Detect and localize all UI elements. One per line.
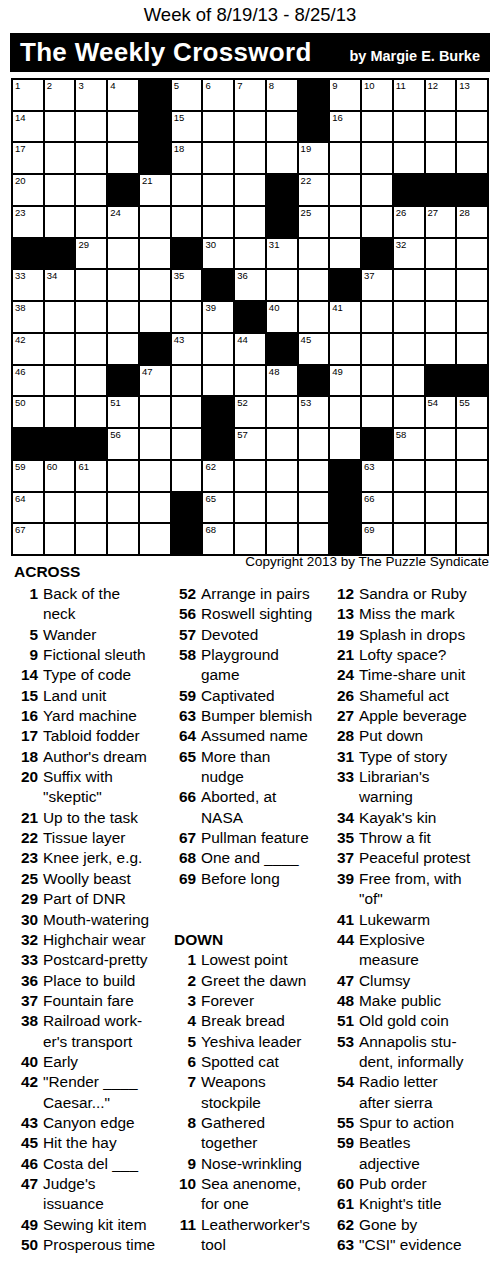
clue-number: 4 xyxy=(168,1011,201,1031)
clue-text: Lowest point xyxy=(201,950,323,970)
grid-cell[interactable] xyxy=(329,142,361,174)
grid-cell[interactable] xyxy=(234,460,266,492)
grid-cell[interactable]: 16 xyxy=(329,111,361,143)
grid-cell[interactable] xyxy=(425,523,457,555)
clue-text: Kayak's kin xyxy=(359,808,496,828)
grid-cell[interactable] xyxy=(425,238,457,270)
grid-cell[interactable] xyxy=(456,269,488,301)
grid-cell[interactable] xyxy=(266,142,298,174)
grid-cell[interactable] xyxy=(361,365,393,397)
cell-number: 44 xyxy=(237,334,248,345)
grid-cell[interactable]: 7 xyxy=(234,79,266,111)
grid-cell[interactable] xyxy=(44,301,76,333)
grid-cell[interactable] xyxy=(266,428,298,460)
grid-cell[interactable] xyxy=(139,492,171,524)
grid-cell[interactable] xyxy=(107,333,139,365)
grid-cell[interactable]: 32 xyxy=(393,238,425,270)
clue-number: 49 xyxy=(8,1215,43,1235)
clue-number: 7 xyxy=(168,1072,201,1092)
grid-cell[interactable]: 61 xyxy=(75,460,107,492)
clue-number: 68 xyxy=(168,848,201,868)
grid-cell[interactable] xyxy=(234,142,266,174)
grid-cell[interactable] xyxy=(456,238,488,270)
grid-cell[interactable] xyxy=(44,333,76,365)
grid-cell-black xyxy=(329,269,361,301)
grid-cell[interactable] xyxy=(202,142,234,174)
grid-cell[interactable] xyxy=(171,396,203,428)
clue-number: 2 xyxy=(168,971,201,991)
grid-cell[interactable] xyxy=(456,301,488,333)
clue-text: er's transport xyxy=(43,1032,168,1052)
grid-cell[interactable] xyxy=(139,238,171,270)
grid-cell[interactable]: 50 xyxy=(12,396,44,428)
grid-cell-black xyxy=(107,174,139,206)
grid-cell[interactable]: 68 xyxy=(202,523,234,555)
grid-cell[interactable]: 45 xyxy=(298,333,330,365)
grid-cell[interactable] xyxy=(456,428,488,460)
cell-number: 9 xyxy=(332,80,337,91)
grid-cell[interactable] xyxy=(75,523,107,555)
grid-cell[interactable] xyxy=(298,301,330,333)
clue-line: 46Costa del ___ xyxy=(8,1154,168,1174)
clue-line: 3Forever xyxy=(168,991,323,1011)
clue-text: Part of DNR xyxy=(43,889,168,909)
grid-cell[interactable]: 6 xyxy=(202,79,234,111)
clue-line: 62Gone by xyxy=(326,1215,496,1235)
grid-cell[interactable] xyxy=(425,492,457,524)
grid-cell[interactable] xyxy=(329,238,361,270)
clue-line: 47Judge's xyxy=(8,1174,168,1194)
grid-cell-black xyxy=(139,333,171,365)
grid-cell[interactable] xyxy=(456,142,488,174)
grid-cell[interactable]: 28 xyxy=(456,206,488,238)
grid-cell[interactable] xyxy=(234,206,266,238)
clue-text: Fountain fare xyxy=(43,991,168,1011)
grid-cell[interactable] xyxy=(107,460,139,492)
grid-cell[interactable] xyxy=(202,365,234,397)
grid-cell[interactable] xyxy=(298,523,330,555)
grid-cell[interactable]: 25 xyxy=(298,206,330,238)
grid-cell[interactable] xyxy=(266,269,298,301)
cell-number: 12 xyxy=(428,80,439,91)
clue-line: 51Old gold coin xyxy=(326,1011,496,1031)
grid-cell[interactable] xyxy=(393,333,425,365)
clue-number: 26 xyxy=(326,686,359,706)
cell-number: 42 xyxy=(15,334,26,345)
grid-cell[interactable] xyxy=(393,523,425,555)
grid-cell[interactable]: 35 xyxy=(171,269,203,301)
grid-cell[interactable]: 52 xyxy=(234,396,266,428)
clue-line: 35Throw a fit xyxy=(326,828,496,848)
cell-number: 50 xyxy=(15,397,26,408)
grid-cell[interactable] xyxy=(234,111,266,143)
clue-line: 50Prosperous time xyxy=(8,1235,168,1255)
grid-cell[interactable] xyxy=(107,492,139,524)
grid-cell[interactable]: 56 xyxy=(107,428,139,460)
grid-cell[interactable] xyxy=(298,460,330,492)
grid-cell[interactable] xyxy=(75,206,107,238)
grid-cell[interactable] xyxy=(361,142,393,174)
grid-cell[interactable]: 64 xyxy=(12,492,44,524)
grid-cell[interactable] xyxy=(139,301,171,333)
cell-number: 30 xyxy=(205,239,216,250)
grid-cell-black xyxy=(171,238,203,270)
grid-cell[interactable] xyxy=(171,428,203,460)
clue-line: 36Place to build xyxy=(8,971,168,991)
grid-cell-black xyxy=(139,142,171,174)
grid-cell[interactable]: 31 xyxy=(266,238,298,270)
grid-cell[interactable]: 21 xyxy=(139,174,171,206)
grid-cell[interactable] xyxy=(266,492,298,524)
clue-line: 10Sea anenome, xyxy=(168,1174,323,1194)
grid-cell[interactable] xyxy=(171,301,203,333)
grid-cell[interactable] xyxy=(266,460,298,492)
grid-cell[interactable] xyxy=(44,206,76,238)
grid-cell[interactable] xyxy=(329,428,361,460)
grid-cell[interactable] xyxy=(139,460,171,492)
clue-line: warning xyxy=(326,787,496,807)
grid-cell[interactable]: 22 xyxy=(298,174,330,206)
grid-cell[interactable]: 12 xyxy=(425,79,457,111)
grid-cell[interactable] xyxy=(425,269,457,301)
grid-cell[interactable] xyxy=(171,365,203,397)
grid-cell[interactable]: 59 xyxy=(12,460,44,492)
grid-cell[interactable]: 1 xyxy=(12,79,44,111)
grid-cell[interactable]: 41 xyxy=(329,301,361,333)
grid-cell[interactable] xyxy=(44,523,76,555)
clue-number: 19 xyxy=(326,625,359,645)
grid-cell[interactable] xyxy=(298,269,330,301)
grid-cell[interactable] xyxy=(75,269,107,301)
grid-cell[interactable]: 44 xyxy=(234,333,266,365)
clue-number: 47 xyxy=(8,1174,43,1194)
grid-cell[interactable] xyxy=(75,111,107,143)
clue-line: 47Clumsy xyxy=(326,971,496,991)
grid-cell[interactable]: 46 xyxy=(12,365,44,397)
grid-cell[interactable] xyxy=(139,206,171,238)
grid-cell[interactable] xyxy=(266,111,298,143)
grid-cell[interactable]: 48 xyxy=(266,365,298,397)
clue-line: 15Land unit xyxy=(8,686,168,706)
clue-line: issuance xyxy=(8,1194,168,1214)
grid-cell[interactable]: 26 xyxy=(393,206,425,238)
grid-cell[interactable] xyxy=(361,396,393,428)
clue-number xyxy=(326,1052,359,1072)
grid-cell[interactable] xyxy=(202,206,234,238)
clue-number: 56 xyxy=(168,604,201,624)
grid-cell[interactable] xyxy=(425,111,457,143)
clue-line: neck xyxy=(8,604,168,624)
grid-cell[interactable] xyxy=(75,301,107,333)
grid-cell[interactable] xyxy=(329,396,361,428)
grid-cell[interactable] xyxy=(107,142,139,174)
grid-cell[interactable] xyxy=(107,238,139,270)
grid-cell[interactable]: 36 xyxy=(234,269,266,301)
cell-number: 54 xyxy=(428,397,439,408)
grid-cell[interactable]: 42 xyxy=(12,333,44,365)
grid-cell[interactable]: 60 xyxy=(44,460,76,492)
grid-cell[interactable] xyxy=(75,396,107,428)
grid-cell[interactable]: 47 xyxy=(139,365,171,397)
grid-cell[interactable] xyxy=(44,365,76,397)
clue-text: "CSI" evidence xyxy=(359,1235,496,1255)
grid-cell[interactable] xyxy=(139,269,171,301)
clue-number: 34 xyxy=(326,808,359,828)
clue-number xyxy=(326,950,359,970)
clue-text: game xyxy=(201,665,323,685)
grid-cell[interactable] xyxy=(329,206,361,238)
clue-number: 20 xyxy=(8,767,43,787)
clue-text: Forever xyxy=(201,991,323,1011)
grid-cell[interactable]: 65 xyxy=(202,492,234,524)
grid-cell[interactable]: 27 xyxy=(425,206,457,238)
grid-cell[interactable] xyxy=(107,301,139,333)
grid-cell[interactable]: 5 xyxy=(171,79,203,111)
clue-line: 43Canyon edge xyxy=(8,1113,168,1133)
grid-cell[interactable]: 2 xyxy=(44,79,76,111)
grid-cell[interactable] xyxy=(107,111,139,143)
clue-number: 46 xyxy=(8,1154,43,1174)
grid-cell[interactable]: 49 xyxy=(329,365,361,397)
grid-cell[interactable] xyxy=(44,492,76,524)
grid-cell[interactable]: 13 xyxy=(456,79,488,111)
grid-cell[interactable]: 3 xyxy=(75,79,107,111)
clue-line: 49Sewing kit item xyxy=(8,1215,168,1235)
grid-cell[interactable]: 43 xyxy=(171,333,203,365)
page-title: Week of 8/19/13 - 8/25/13 xyxy=(0,3,500,27)
clue-line: 57Devoted xyxy=(168,625,323,645)
clue-text: NASA xyxy=(201,808,323,828)
clue-number: 63 xyxy=(326,1235,359,1255)
grid-cell[interactable]: 4 xyxy=(107,79,139,111)
grid-cell[interactable] xyxy=(202,333,234,365)
clue-line: 64Assumed name xyxy=(168,726,323,746)
grid-cell[interactable] xyxy=(44,174,76,206)
grid-cell[interactable] xyxy=(456,492,488,524)
grid-cell-black xyxy=(298,365,330,397)
clue-text: Spotted cat xyxy=(201,1052,323,1072)
grid-cell[interactable] xyxy=(75,492,107,524)
grid-cell[interactable] xyxy=(44,142,76,174)
grid-cell[interactable] xyxy=(234,523,266,555)
grid-cell[interactable] xyxy=(202,111,234,143)
grid-cell[interactable] xyxy=(456,460,488,492)
clue-number xyxy=(168,1194,201,1214)
clue-text: Shameful act xyxy=(359,686,496,706)
grid-cell-black xyxy=(425,365,457,397)
grid-cell[interactable]: 23 xyxy=(12,206,44,238)
grid-cell[interactable] xyxy=(393,142,425,174)
clue-line: 59Beatles xyxy=(326,1133,496,1153)
clue-line: 58Playground xyxy=(168,645,323,665)
grid-cell[interactable]: 54 xyxy=(425,396,457,428)
clue-line: 8Gathered xyxy=(168,1113,323,1133)
grid-cell[interactable]: 58 xyxy=(393,428,425,460)
grid-cell[interactable] xyxy=(298,238,330,270)
grid-cell[interactable] xyxy=(361,206,393,238)
grid-cell[interactable] xyxy=(234,238,266,270)
grid-cell[interactable] xyxy=(393,111,425,143)
grid-cell[interactable]: 57 xyxy=(234,428,266,460)
grid-cell[interactable] xyxy=(44,111,76,143)
grid-cell[interactable]: 51 xyxy=(107,396,139,428)
grid-cell[interactable]: 38 xyxy=(12,301,44,333)
cell-number: 60 xyxy=(47,461,58,472)
clue-line: 23Knee jerk, e.g. xyxy=(8,848,168,868)
clue-text: Knight's title xyxy=(359,1194,496,1214)
grid-cell[interactable] xyxy=(456,111,488,143)
grid-cell[interactable]: 63 xyxy=(361,460,393,492)
grid-cell[interactable] xyxy=(234,174,266,206)
grid-cell[interactable] xyxy=(361,111,393,143)
clue-number: 27 xyxy=(326,706,359,726)
clue-number: 5 xyxy=(168,1032,201,1052)
grid-cell-black xyxy=(456,365,488,397)
grid-cell[interactable] xyxy=(139,396,171,428)
grid-cell[interactable]: 15 xyxy=(171,111,203,143)
clue-number xyxy=(168,808,201,828)
clue-text: "Render ____ xyxy=(43,1072,168,1092)
grid-cell[interactable]: 33 xyxy=(12,269,44,301)
grid-cell[interactable]: 30 xyxy=(202,238,234,270)
grid-cell[interactable] xyxy=(393,269,425,301)
clue-line: 33Postcard-pretty xyxy=(8,950,168,970)
grid-cell[interactable] xyxy=(361,333,393,365)
grid-cell[interactable] xyxy=(171,460,203,492)
clue-text: tool xyxy=(201,1235,323,1255)
grid-cell[interactable]: 18 xyxy=(171,142,203,174)
grid-cell[interactable]: 8 xyxy=(266,79,298,111)
grid-cell[interactable] xyxy=(298,428,330,460)
grid-cell[interactable]: 20 xyxy=(12,174,44,206)
clue-text: Weapons xyxy=(201,1072,323,1092)
clue-number: 58 xyxy=(168,645,201,665)
grid-cell[interactable] xyxy=(329,333,361,365)
down-header: DOWN xyxy=(168,930,323,950)
grid-cell[interactable]: 17 xyxy=(12,142,44,174)
grid-cell[interactable] xyxy=(107,523,139,555)
grid-cell[interactable] xyxy=(234,365,266,397)
clue-line: 9Fictional sleuth xyxy=(8,645,168,665)
grid-cell[interactable]: 62 xyxy=(202,460,234,492)
grid-cell[interactable] xyxy=(75,174,107,206)
grid-cell[interactable] xyxy=(234,492,266,524)
grid-cell[interactable]: 11 xyxy=(393,79,425,111)
grid-cell[interactable]: 37 xyxy=(361,269,393,301)
grid-cell[interactable] xyxy=(456,523,488,555)
clue-line: measure xyxy=(326,950,496,970)
grid-cell[interactable]: 66 xyxy=(361,492,393,524)
cell-number: 57 xyxy=(237,429,248,440)
grid-cell[interactable] xyxy=(107,269,139,301)
grid-cell[interactable]: 55 xyxy=(456,396,488,428)
clue-line: for one xyxy=(168,1194,323,1214)
clue-line: 39Free from, with xyxy=(326,869,496,889)
grid-cell[interactable]: 34 xyxy=(44,269,76,301)
clue-number: 59 xyxy=(168,686,201,706)
clue-text: Before long xyxy=(201,869,323,889)
grid-cell[interactable] xyxy=(139,428,171,460)
grid-cell[interactable]: 29 xyxy=(75,238,107,270)
grid-cell[interactable] xyxy=(139,523,171,555)
grid-cell[interactable]: 24 xyxy=(107,206,139,238)
cell-number: 65 xyxy=(205,493,216,504)
clue-text: Captivated xyxy=(201,686,323,706)
grid-cell[interactable] xyxy=(202,174,234,206)
clue-text: Judge's xyxy=(43,1174,168,1194)
grid-cell[interactable] xyxy=(298,492,330,524)
grid-cell[interactable]: 53 xyxy=(298,396,330,428)
grid-cell[interactable] xyxy=(456,333,488,365)
clue-text: Up to the task xyxy=(43,808,168,828)
clue-line: game xyxy=(168,665,323,685)
grid-cell[interactable] xyxy=(266,523,298,555)
grid-cell[interactable] xyxy=(425,428,457,460)
cell-number: 69 xyxy=(364,524,375,535)
grid-cell[interactable]: 39 xyxy=(202,301,234,333)
grid-cell[interactable] xyxy=(266,396,298,428)
clue-line: 5Yeshiva leader xyxy=(168,1032,323,1052)
clue-line: 7Weapons xyxy=(168,1072,323,1092)
clue-text: Nose-wrinkling xyxy=(201,1154,323,1174)
grid-cell[interactable] xyxy=(425,460,457,492)
grid-cell[interactable]: 19 xyxy=(298,142,330,174)
grid-cell[interactable] xyxy=(361,301,393,333)
clue-number: 30 xyxy=(8,910,43,930)
grid-cell[interactable] xyxy=(425,301,457,333)
grid-cell[interactable] xyxy=(361,174,393,206)
clue-text: Land unit xyxy=(43,686,168,706)
grid-cell[interactable]: 40 xyxy=(266,301,298,333)
grid-cell[interactable]: 69 xyxy=(361,523,393,555)
cell-number: 15 xyxy=(174,112,185,123)
grid-cell[interactable] xyxy=(44,396,76,428)
grid-cell[interactable] xyxy=(75,142,107,174)
grid-cell[interactable] xyxy=(171,206,203,238)
grid-cell[interactable] xyxy=(393,492,425,524)
grid-cell[interactable]: 10 xyxy=(361,79,393,111)
clue-number xyxy=(8,1032,43,1052)
clue-number xyxy=(168,1133,201,1153)
clue-text: Woolly beast xyxy=(43,869,168,889)
clue-column-across: ACROSS 1Back of theneck5Wander9Fictional… xyxy=(8,562,168,1255)
grid-cell[interactable] xyxy=(425,142,457,174)
grid-cell[interactable]: 67 xyxy=(12,523,44,555)
grid-cell[interactable] xyxy=(329,174,361,206)
grid-cell-black xyxy=(12,428,44,460)
grid-cell[interactable] xyxy=(75,333,107,365)
clue-line: 30Mouth-watering xyxy=(8,910,168,930)
grid-cell[interactable] xyxy=(393,365,425,397)
grid-cell[interactable]: 9 xyxy=(329,79,361,111)
grid-cell-black xyxy=(44,428,76,460)
grid-cell[interactable] xyxy=(393,301,425,333)
grid-cell[interactable]: 14 xyxy=(12,111,44,143)
grid-cell[interactable] xyxy=(171,174,203,206)
clue-line: 56Roswell sighting xyxy=(168,604,323,624)
clue-text: Devoted xyxy=(201,625,323,645)
clue-number: 50 xyxy=(8,1235,43,1255)
clue-text: More than xyxy=(201,747,323,767)
clue-number: 14 xyxy=(8,665,43,685)
clue-number: 35 xyxy=(326,828,359,848)
grid-cell[interactable] xyxy=(393,396,425,428)
grid-cell[interactable] xyxy=(75,365,107,397)
grid-cell-black xyxy=(361,428,393,460)
grid-cell[interactable] xyxy=(425,333,457,365)
clue-number: 54 xyxy=(326,1072,359,1092)
grid-cell[interactable] xyxy=(393,460,425,492)
